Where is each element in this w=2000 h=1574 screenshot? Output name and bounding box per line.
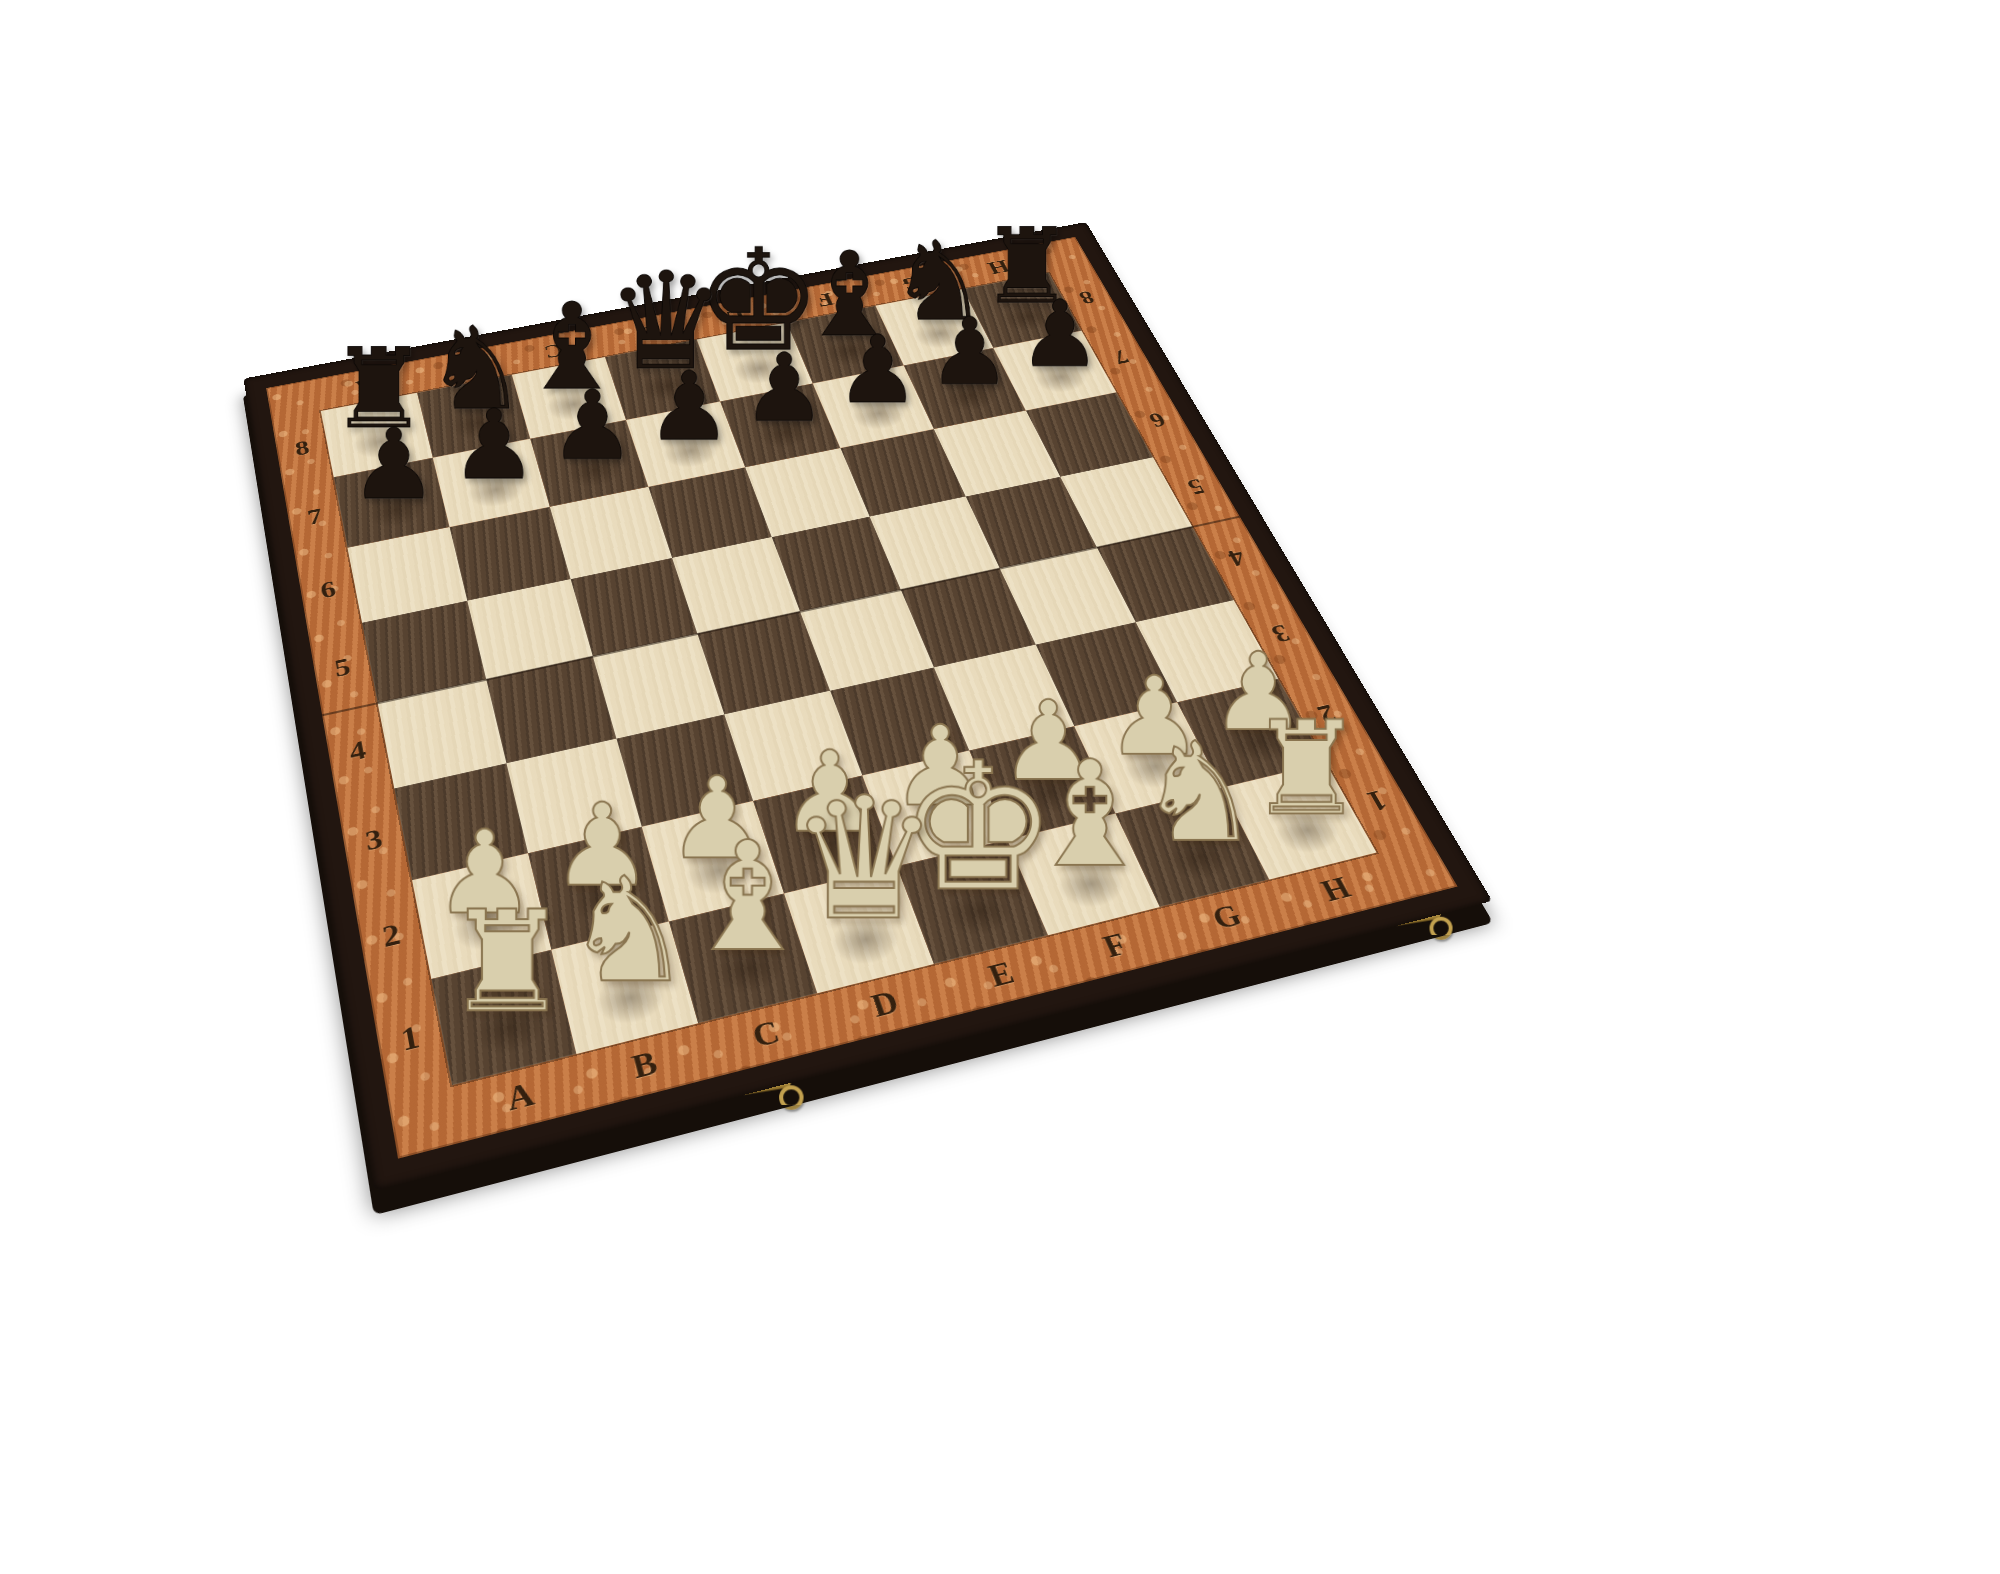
black-pawn[interactable]: ♟ (928, 306, 1011, 398)
black-pawn[interactable]: ♟ (646, 359, 731, 454)
black-pawn[interactable]: ♟ (450, 397, 536, 493)
black-pawn[interactable]: ♟ (549, 378, 635, 474)
board-top-face: ABCDEFGH ABCDEFGH 87654321 87654321 ♜♞♝♛… (244, 222, 1493, 1191)
black-pawn[interactable]: ♟ (350, 416, 437, 513)
chess-board: ABCDEFGH ABCDEFGH 87654321 87654321 ♜♞♝♛… (244, 222, 1493, 1191)
scene-scaler: ABCDEFGH ABCDEFGH 87654321 87654321 ♜♞♝♛… (112, 87, 1832, 1441)
white-knight[interactable]: ♞ (564, 858, 693, 1002)
playing-field: ♜♞♝♛♚♝♞♜♟♟♟♟♟♟♟♟♟♟♟♟♟♟♟♟♜♞♝♛♚♝♞♜ (321, 273, 1377, 1085)
black-pawn[interactable]: ♟ (836, 323, 920, 416)
white-knight[interactable]: ♞ (1138, 724, 1261, 861)
white-rook[interactable]: ♜ (444, 893, 569, 1033)
black-pawn[interactable]: ♟ (1019, 288, 1101, 380)
black-pawn[interactable]: ♟ (742, 341, 826, 435)
white-rook[interactable]: ♜ (1248, 705, 1364, 835)
photo-background: ABCDEFGH ABCDEFGH 87654321 87654321 ♜♞♝♛… (0, 0, 2000, 1574)
white-bishop[interactable]: ♝ (680, 822, 815, 973)
